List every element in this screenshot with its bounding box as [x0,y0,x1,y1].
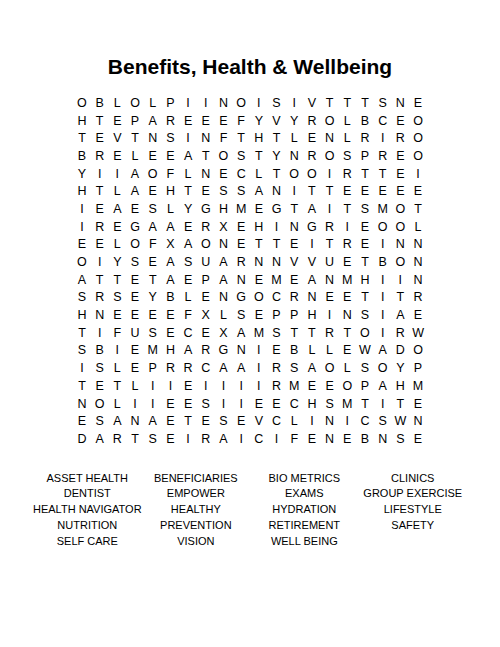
grid-cell[interactable]: E [126,271,144,289]
grid-cell[interactable]: M [338,271,356,289]
grid-cell[interactable]: T [321,236,339,254]
grid-cell[interactable]: O [356,324,374,342]
grid-cell[interactable]: E [144,253,162,271]
grid-cell[interactable]: S [232,147,250,165]
grid-cell[interactable]: G [126,218,144,236]
grid-cell[interactable]: L [409,218,427,236]
grid-cell[interactable]: E [356,236,374,254]
grid-cell[interactable]: Y [179,200,197,218]
grid-cell[interactable]: E [197,182,215,200]
grid-cell[interactable]: L [109,236,127,254]
grid-cell[interactable]: R [392,324,410,342]
grid-cell[interactable]: R [109,430,127,448]
grid-cell[interactable]: L [215,306,233,324]
grid-cell[interactable]: S [374,94,392,112]
grid-cell[interactable]: N [409,271,427,289]
grid-cell[interactable]: E [162,324,180,342]
grid-cell[interactable]: O [303,165,321,183]
grid-cell[interactable]: E [126,200,144,218]
grid-cell[interactable]: N [321,430,339,448]
grid-cell[interactable]: M [338,395,356,413]
grid-cell[interactable]: S [232,306,250,324]
grid-cell[interactable]: E [179,377,197,395]
grid-cell[interactable]: E [338,289,356,307]
grid-cell[interactable]: O [144,165,162,183]
grid-cell[interactable]: I [73,218,91,236]
grid-cell[interactable]: E [250,271,268,289]
grid-cell[interactable]: T [91,182,109,200]
grid-cell[interactable]: L [338,129,356,147]
grid-cell[interactable]: H [356,271,374,289]
grid-cell[interactable]: I [91,324,109,342]
grid-cell[interactable]: T [250,147,268,165]
grid-cell[interactable]: E [91,236,109,254]
grid-cell[interactable]: T [338,94,356,112]
grid-cell[interactable]: L [179,165,197,183]
grid-cell[interactable]: I [338,412,356,430]
grid-cell[interactable]: E [392,147,410,165]
grid-cell[interactable]: E [162,430,180,448]
grid-cell[interactable]: I [91,253,109,271]
grid-cell[interactable]: R [197,430,215,448]
grid-cell[interactable]: R [197,218,215,236]
grid-cell[interactable]: R [268,359,286,377]
grid-cell[interactable]: A [73,271,91,289]
grid-cell[interactable]: E [144,306,162,324]
grid-cell[interactable]: Y [250,112,268,130]
grid-cell[interactable]: B [91,342,109,360]
grid-cell[interactable]: I [303,412,321,430]
grid-cell[interactable]: V [268,112,286,130]
grid-cell[interactable]: V [250,412,268,430]
grid-cell[interactable]: E [109,112,127,130]
grid-cell[interactable]: O [321,359,339,377]
grid-cell[interactable]: C [356,412,374,430]
grid-cell[interactable]: O [232,94,250,112]
grid-cell[interactable]: A [179,342,197,360]
grid-cell[interactable]: E [285,271,303,289]
grid-cell[interactable]: L [109,94,127,112]
grid-cell[interactable]: H [73,112,91,130]
grid-cell[interactable]: E [250,306,268,324]
grid-cell[interactable]: R [409,289,427,307]
grid-cell[interactable]: C [179,324,197,342]
grid-cell[interactable]: E [268,395,286,413]
grid-cell[interactable]: G [232,289,250,307]
grid-cell[interactable]: U [126,324,144,342]
grid-cell[interactable]: O [409,112,427,130]
grid-cell[interactable]: O [73,253,91,271]
grid-cell[interactable]: E [232,236,250,254]
grid-cell[interactable]: E [109,147,127,165]
grid-cell[interactable]: E [409,306,427,324]
grid-cell[interactable]: C [197,359,215,377]
grid-cell[interactable]: V [109,129,127,147]
grid-cell[interactable]: E [285,236,303,254]
grid-cell[interactable]: I [374,271,392,289]
grid-cell[interactable]: O [409,147,427,165]
grid-cell[interactable]: R [91,147,109,165]
grid-cell[interactable]: N [215,236,233,254]
grid-cell[interactable]: A [250,182,268,200]
grid-cell[interactable]: N [338,306,356,324]
grid-cell[interactable]: B [91,94,109,112]
grid-cell[interactable]: R [91,289,109,307]
grid-cell[interactable]: T [338,200,356,218]
grid-cell[interactable]: I [268,218,286,236]
grid-cell[interactable]: S [338,147,356,165]
grid-cell[interactable]: C [268,289,286,307]
grid-cell[interactable]: A [179,236,197,254]
grid-cell[interactable]: L [109,182,127,200]
grid-cell[interactable]: E [162,147,180,165]
grid-cell[interactable]: N [91,306,109,324]
grid-cell[interactable]: O [392,218,410,236]
grid-cell[interactable]: H [250,129,268,147]
grid-cell[interactable]: I [250,342,268,360]
grid-cell[interactable]: P [356,147,374,165]
grid-cell[interactable]: B [285,342,303,360]
grid-cell[interactable]: H [73,182,91,200]
grid-cell[interactable]: E [392,182,410,200]
grid-cell[interactable]: A [374,377,392,395]
grid-cell[interactable]: N [215,289,233,307]
grid-cell[interactable]: O [392,200,410,218]
grid-cell[interactable]: S [215,412,233,430]
grid-cell[interactable]: I [321,306,339,324]
grid-cell[interactable]: N [197,129,215,147]
grid-cell[interactable]: A [126,165,144,183]
grid-cell[interactable]: I [73,200,91,218]
grid-cell[interactable]: T [392,289,410,307]
grid-cell[interactable]: I [374,236,392,254]
grid-cell[interactable]: A [144,112,162,130]
grid-cell[interactable]: E [338,182,356,200]
grid-cell[interactable]: A [232,324,250,342]
grid-cell[interactable]: E [232,412,250,430]
grid-cell[interactable]: N [250,253,268,271]
grid-cell[interactable]: A [374,342,392,360]
grid-cell[interactable]: E [232,218,250,236]
grid-cell[interactable]: E [197,324,215,342]
grid-cell[interactable]: O [285,165,303,183]
grid-cell[interactable]: I [374,289,392,307]
grid-cell[interactable]: N [144,129,162,147]
grid-cell[interactable]: G [215,342,233,360]
grid-cell[interactable]: N [321,412,339,430]
grid-cell[interactable]: H [215,200,233,218]
grid-cell[interactable]: S [179,253,197,271]
grid-cell[interactable]: X [197,306,215,324]
grid-cell[interactable]: I [321,200,339,218]
grid-cell[interactable]: A [162,271,180,289]
grid-cell[interactable]: S [321,395,339,413]
grid-cell[interactable]: T [109,271,127,289]
grid-cell[interactable]: E [338,430,356,448]
grid-cell[interactable]: E [321,289,339,307]
grid-cell[interactable]: O [409,342,427,360]
grid-cell[interactable]: M [285,377,303,395]
grid-cell[interactable]: E [303,377,321,395]
grid-cell[interactable]: S [215,182,233,200]
grid-cell[interactable]: L [144,94,162,112]
grid-cell[interactable]: T [321,94,339,112]
grid-cell[interactable]: A [126,182,144,200]
grid-cell[interactable]: R [285,289,303,307]
grid-cell[interactable]: T [285,324,303,342]
grid-cell[interactable]: E [215,112,233,130]
grid-cell[interactable]: U [197,253,215,271]
grid-cell[interactable]: M [250,324,268,342]
grid-cell[interactable]: S [144,430,162,448]
grid-cell[interactable]: E [91,129,109,147]
grid-cell[interactable]: O [374,359,392,377]
grid-cell[interactable]: N [321,129,339,147]
grid-cell[interactable]: S [356,200,374,218]
grid-cell[interactable]: T [356,253,374,271]
grid-cell[interactable]: E [197,289,215,307]
grid-cell[interactable]: S [144,324,162,342]
grid-cell[interactable]: I [232,430,250,448]
grid-cell[interactable]: T [374,165,392,183]
grid-cell[interactable]: O [250,289,268,307]
grid-cell[interactable]: A [109,200,127,218]
grid-cell[interactable]: V [303,94,321,112]
grid-cell[interactable]: W [392,412,410,430]
grid-cell[interactable]: E [162,395,180,413]
grid-cell[interactable]: R [162,359,180,377]
grid-cell[interactable]: T [303,324,321,342]
grid-cell[interactable]: A [232,359,250,377]
grid-cell[interactable]: I [144,377,162,395]
grid-cell[interactable]: I [250,359,268,377]
grid-cell[interactable]: H [162,182,180,200]
grid-cell[interactable]: N [409,253,427,271]
grid-cell[interactable]: E [321,377,339,395]
grid-cell[interactable]: T [356,289,374,307]
grid-cell[interactable]: T [91,112,109,130]
grid-cell[interactable]: L [126,377,144,395]
grid-cell[interactable]: O [73,94,91,112]
grid-cell[interactable]: S [232,182,250,200]
grid-cell[interactable]: N [409,412,427,430]
grid-cell[interactable]: T [73,129,91,147]
grid-cell[interactable]: R [162,112,180,130]
grid-cell[interactable]: P [356,377,374,395]
grid-cell[interactable]: A [215,359,233,377]
grid-cell[interactable]: E [91,200,109,218]
grid-cell[interactable]: E [144,182,162,200]
grid-cell[interactable]: F [232,112,250,130]
grid-cell[interactable]: H [303,395,321,413]
grid-cell[interactable]: E [215,165,233,183]
grid-cell[interactable]: S [268,324,286,342]
grid-cell[interactable]: A [215,271,233,289]
grid-cell[interactable]: E [409,430,427,448]
grid-cell[interactable]: S [91,359,109,377]
grid-cell[interactable]: R [321,218,339,236]
grid-cell[interactable]: I [109,165,127,183]
grid-cell[interactable]: E [268,342,286,360]
grid-cell[interactable]: N [303,289,321,307]
grid-cell[interactable]: A [144,412,162,430]
grid-cell[interactable]: A [91,430,109,448]
grid-cell[interactable]: E [250,395,268,413]
grid-cell[interactable]: I [162,377,180,395]
grid-cell[interactable]: L [285,412,303,430]
grid-cell[interactable]: E [126,342,144,360]
grid-cell[interactable]: M [268,271,286,289]
grid-cell[interactable]: C [268,412,286,430]
grid-cell[interactable]: S [162,129,180,147]
grid-cell[interactable]: X [215,218,233,236]
grid-cell[interactable]: E [250,200,268,218]
grid-cell[interactable]: R [268,377,286,395]
grid-cell[interactable]: P [197,271,215,289]
grid-cell[interactable]: R [232,253,250,271]
grid-cell[interactable]: N [73,395,91,413]
grid-cell[interactable]: R [338,165,356,183]
grid-cell[interactable]: S [109,289,127,307]
grid-cell[interactable]: E [73,236,91,254]
grid-cell[interactable]: R [356,129,374,147]
grid-cell[interactable]: E [409,395,427,413]
grid-cell[interactable]: L [162,200,180,218]
grid-cell[interactable]: E [126,359,144,377]
grid-cell[interactable]: R [392,129,410,147]
grid-cell[interactable]: E [356,218,374,236]
grid-cell[interactable]: E [179,218,197,236]
grid-cell[interactable]: T [250,236,268,254]
grid-cell[interactable]: R [91,218,109,236]
grid-cell[interactable]: I [338,218,356,236]
grid-cell[interactable]: R [303,112,321,130]
grid-cell[interactable]: E [338,342,356,360]
grid-cell[interactable]: E [303,430,321,448]
grid-cell[interactable]: T [73,377,91,395]
grid-cell[interactable]: L [285,129,303,147]
grid-cell[interactable]: T [356,94,374,112]
grid-cell[interactable]: S [374,412,392,430]
grid-cell[interactable]: C [374,112,392,130]
grid-cell[interactable]: N [232,271,250,289]
grid-cell[interactable]: M [232,200,250,218]
grid-cell[interactable]: B [73,147,91,165]
grid-cell[interactable]: G [197,200,215,218]
grid-cell[interactable]: T [232,129,250,147]
grid-cell[interactable]: N [374,430,392,448]
grid-cell[interactable]: O [374,218,392,236]
grid-cell[interactable]: M [144,342,162,360]
grid-cell[interactable]: S [392,430,410,448]
grid-cell[interactable]: N [268,253,286,271]
grid-cell[interactable]: I [232,395,250,413]
grid-cell[interactable]: R [374,147,392,165]
grid-cell[interactable]: U [321,253,339,271]
grid-cell[interactable]: E [409,182,427,200]
grid-cell[interactable]: I [285,182,303,200]
grid-cell[interactable]: A [144,218,162,236]
grid-cell[interactable]: I [73,359,91,377]
grid-cell[interactable]: B [356,430,374,448]
grid-cell[interactable]: B [374,253,392,271]
grid-cell[interactable]: E [303,129,321,147]
grid-cell[interactable]: E [126,289,144,307]
grid-cell[interactable]: H [392,377,410,395]
grid-cell[interactable]: S [144,200,162,218]
grid-cell[interactable]: L [109,395,127,413]
grid-cell[interactable]: F [109,324,127,342]
grid-cell[interactable]: I [374,324,392,342]
grid-cell[interactable]: L [321,342,339,360]
grid-cell[interactable]: E [338,253,356,271]
grid-cell[interactable]: E [144,147,162,165]
grid-cell[interactable]: L [338,112,356,130]
grid-cell[interactable]: O [197,236,215,254]
grid-cell[interactable]: N [232,342,250,360]
grid-cell[interactable]: A [215,253,233,271]
grid-cell[interactable]: S [197,395,215,413]
grid-cell[interactable]: E [91,377,109,395]
grid-cell[interactable]: N [392,236,410,254]
grid-cell[interactable]: I [285,94,303,112]
grid-cell[interactable]: V [303,253,321,271]
grid-cell[interactable]: O [338,377,356,395]
grid-cell[interactable]: I [109,342,127,360]
grid-cell[interactable]: H [250,218,268,236]
grid-cell[interactable]: N [126,412,144,430]
grid-cell[interactable]: O [215,147,233,165]
grid-cell[interactable]: I [374,395,392,413]
grid-cell[interactable]: T [179,182,197,200]
grid-cell[interactable]: R [179,359,197,377]
grid-cell[interactable]: B [356,112,374,130]
grid-cell[interactable]: E [109,306,127,324]
grid-cell[interactable]: R [321,324,339,342]
grid-cell[interactable]: P [162,94,180,112]
grid-cell[interactable]: I [144,395,162,413]
grid-cell[interactable]: A [303,359,321,377]
grid-cell[interactable]: S [126,253,144,271]
grid-cell[interactable]: S [73,342,91,360]
grid-cell[interactable]: X [162,236,180,254]
grid-cell[interactable]: F [285,430,303,448]
grid-cell[interactable]: L [126,147,144,165]
grid-cell[interactable]: A [303,271,321,289]
grid-cell[interactable]: E [162,412,180,430]
grid-cell[interactable]: S [356,306,374,324]
grid-cell[interactable]: R [338,236,356,254]
grid-cell[interactable]: C [285,395,303,413]
grid-cell[interactable]: I [197,377,215,395]
grid-cell[interactable]: A [162,218,180,236]
grid-cell[interactable]: N [392,94,410,112]
grid-cell[interactable]: E [409,94,427,112]
grid-cell[interactable]: I [250,377,268,395]
grid-cell[interactable]: T [268,129,286,147]
grid-cell[interactable]: E [109,218,127,236]
grid-cell[interactable]: T [126,129,144,147]
grid-cell[interactable]: I [268,430,286,448]
grid-cell[interactable]: L [338,359,356,377]
grid-cell[interactable]: T [392,395,410,413]
grid-cell[interactable]: N [409,236,427,254]
grid-cell[interactable]: T [91,271,109,289]
grid-cell[interactable]: O [126,236,144,254]
grid-cell[interactable]: A [215,430,233,448]
grid-cell[interactable]: M [374,200,392,218]
grid-cell[interactable]: I [215,395,233,413]
